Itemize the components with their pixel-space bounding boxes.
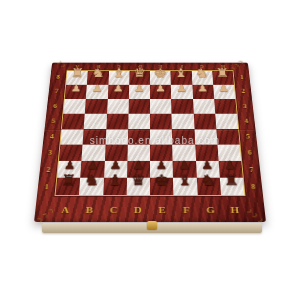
fold-seam [45,129,254,130]
square-h4[interactable] [216,129,240,145]
light-rook-a8[interactable]: ♜ [67,66,89,78]
square-f5[interactable] [172,114,194,129]
square-a4[interactable] [60,129,84,145]
dark-pawn-d2[interactable]: ♟ [127,158,150,171]
square-b5[interactable] [84,114,107,129]
rank-label-1: 1 [37,178,56,196]
dark-knight-g1[interactable]: ♞ [196,172,220,188]
dark-queen-d1[interactable]: ♛ [127,172,150,188]
square-g6[interactable] [193,99,215,114]
dark-bishop-c1[interactable]: ♝ [103,172,127,188]
light-pawn-a7[interactable]: ♟ [65,83,87,94]
square-e7[interactable]: ♟ [150,85,171,99]
square-b4[interactable] [83,129,106,145]
dark-rook-a1[interactable]: ♜ [56,172,81,188]
rank-label-7: 7 [48,84,65,98]
rank-label-4: 4 [43,129,61,145]
square-b6[interactable] [85,99,107,114]
light-king-e8[interactable]: ♚ [150,66,171,78]
rank-label-2: 2 [235,84,252,98]
square-c4[interactable] [105,129,128,145]
playing-area: ♜♞♝♛♚♝♞♜♟♟♟♟♟♟♟♟♟♟♟♟♟♟♟♟♜♞♝♛♚♝♞♜ [55,70,246,196]
file-label-e: E [150,204,174,214]
square-d1[interactable]: ♛ [126,178,150,195]
file-label-d: D [126,204,150,214]
box-front-edge [42,223,262,233]
light-bishop-c8[interactable]: ♝ [108,66,129,78]
file-label-a: A [53,204,78,214]
square-d4[interactable] [128,129,150,145]
file-label-f: F [174,204,199,214]
dark-pawn-b2[interactable]: ♟ [81,158,105,171]
file-label-b: B [77,204,102,214]
light-pawn-e7[interactable]: ♟ [150,83,171,94]
rank-label-3: 3 [41,145,60,161]
square-g4[interactable] [194,129,217,145]
light-pawn-c7[interactable]: ♟ [108,83,129,94]
light-pawn-g7[interactable]: ♟ [192,83,214,94]
square-d5[interactable] [128,114,150,129]
rank-label-5: 5 [45,114,63,129]
square-f6[interactable] [171,99,193,114]
square-a5[interactable] [62,114,85,129]
square-e6[interactable] [150,99,172,114]
dark-knight-b1[interactable]: ♞ [80,172,104,188]
rank-label-8: 8 [50,70,67,84]
light-pawn-b7[interactable]: ♟ [86,83,108,94]
squares-grid: ♜♞♝♛♚♝♞♜♟♟♟♟♟♟♟♟♟♟♟♟♟♟♟♟♜♞♝♛♚♝♞♜ [56,71,245,195]
square-f4[interactable] [172,129,195,145]
square-d7[interactable]: ♟ [129,85,150,99]
light-queen-d8[interactable]: ♛ [129,66,150,78]
dark-pawn-a2[interactable]: ♟ [58,158,82,171]
dark-pawn-c2[interactable]: ♟ [104,158,127,171]
square-a7[interactable]: ♟ [65,85,87,99]
bottom-file-labels: ABCDEFGH [52,198,248,221]
rank-label-4: 4 [238,114,256,129]
file-label-g: G [198,204,223,214]
dark-rook-h1[interactable]: ♜ [219,172,244,188]
chess-board: ☽☽☽ ☽☽☽ ☽☽☽ ☽☽☽ ABCDEFGH 87654321 123456… [34,63,266,222]
square-c5[interactable] [106,114,128,129]
light-knight-g8[interactable]: ♞ [191,66,212,78]
square-e4[interactable] [150,129,172,145]
square-h5[interactable] [215,114,238,129]
square-c1[interactable]: ♝ [103,178,127,195]
square-c7[interactable]: ♟ [107,85,129,99]
square-a1[interactable]: ♜ [56,178,81,195]
rank-label-8: 8 [244,178,263,196]
square-f1[interactable]: ♝ [173,178,197,195]
rank-label-5: 5 [239,129,257,145]
dark-pawn-g2[interactable]: ♟ [195,158,219,171]
square-a6[interactable] [63,99,86,114]
product-photo: ☽☽☽ ☽☽☽ ☽☽☽ ☽☽☽ ABCDEFGH 87654321 123456… [0,0,300,300]
rank-label-6: 6 [241,145,260,161]
square-h6[interactable] [214,99,237,114]
square-e5[interactable] [150,114,172,129]
dark-king-e1[interactable]: ♚ [150,172,173,188]
rank-label-2: 2 [39,161,58,178]
light-pawn-h7[interactable]: ♟ [213,83,235,94]
dark-pawn-h2[interactable]: ♟ [218,158,242,171]
light-bishop-f8[interactable]: ♝ [171,66,192,78]
square-h1[interactable]: ♜ [220,178,245,195]
light-pawn-f7[interactable]: ♟ [171,83,192,94]
light-pawn-d7[interactable]: ♟ [129,83,150,94]
light-rook-h8[interactable]: ♜ [212,66,234,78]
rank-label-3: 3 [236,99,254,114]
square-h7[interactable]: ♟ [213,85,235,99]
square-b1[interactable]: ♞ [79,178,103,195]
file-label-c: C [101,204,126,214]
square-e1[interactable]: ♚ [150,178,174,195]
square-g5[interactable] [193,114,216,129]
rank-label-7: 7 [242,161,261,178]
square-b7[interactable]: ♟ [86,85,108,99]
square-g7[interactable]: ♟ [192,85,214,99]
rank-label-6: 6 [46,99,64,114]
square-d6[interactable] [128,99,150,114]
square-f7[interactable]: ♟ [171,85,193,99]
light-knight-b8[interactable]: ♞ [87,66,108,78]
dark-pawn-f2[interactable]: ♟ [173,158,196,171]
square-g1[interactable]: ♞ [196,178,220,195]
file-label-h: H [222,204,247,214]
dark-bishop-f1[interactable]: ♝ [173,172,197,188]
clasp-latch-icon [147,221,157,230]
rank-label-1: 1 [233,70,250,84]
dark-pawn-e2[interactable]: ♟ [150,158,173,171]
square-c6[interactable] [107,99,129,114]
board-frame: ☽☽☽ ☽☽☽ ☽☽☽ ☽☽☽ ABCDEFGH 87654321 123456… [34,63,266,222]
